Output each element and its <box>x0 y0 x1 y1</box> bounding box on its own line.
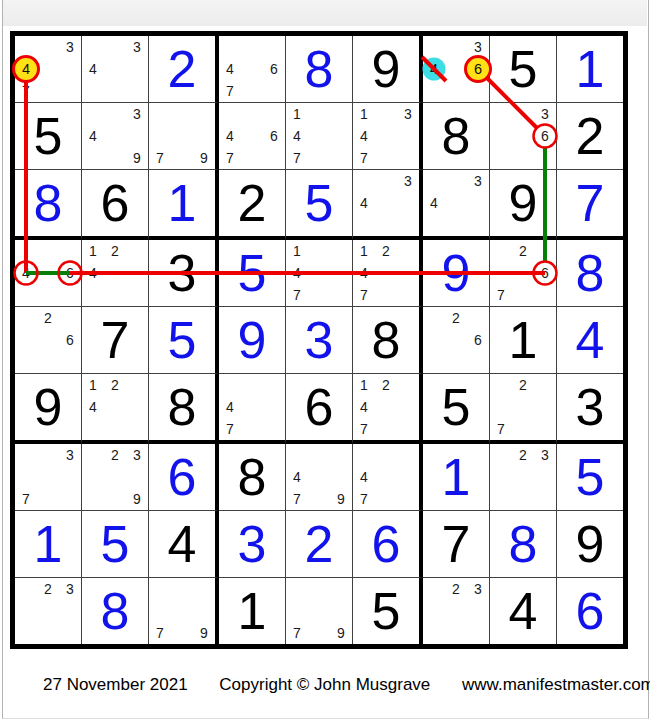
cell-r7c9: 5 <box>557 444 623 511</box>
cell-r2c7: 8 <box>423 103 490 170</box>
candidate-mark: 2 <box>375 374 397 396</box>
candidate-mark: 3 <box>397 103 419 125</box>
candidate-mark: 2 <box>37 307 59 329</box>
candidate-mark: 3 <box>534 444 556 466</box>
sudoku-grid: 3473424678934651534979467147134783628612… <box>15 36 623 644</box>
given-digit: 6 <box>286 374 352 440</box>
candidate-marks: 1247 <box>353 240 419 306</box>
cell-r1c8: 5 <box>490 36 557 103</box>
cell-r4c7: 9 <box>423 240 490 307</box>
candidate-marks: 124 <box>82 374 148 440</box>
candidate-mark: 3 <box>59 578 81 600</box>
candidate-mark: 2 <box>445 307 467 329</box>
candidate-mark: 7 <box>219 80 241 102</box>
cell-r6c6: 1247 <box>353 374 423 444</box>
given-digit: 7 <box>82 307 148 373</box>
candidate-mark: 2 <box>104 374 126 396</box>
cell-r7c4: 8 <box>219 444 286 511</box>
cell-r8c4: 3 <box>219 511 286 578</box>
candidate-mark: 7 <box>353 488 375 510</box>
cell-r9c6: 5 <box>353 578 423 644</box>
solved-digit: 8 <box>490 511 556 577</box>
candidate-mark: 7 <box>353 284 375 306</box>
candidate-mark: 3 <box>467 578 489 600</box>
candidate-mark: 7 <box>286 622 308 644</box>
given-digit: 9 <box>557 511 623 577</box>
candidate-mark: 7 <box>286 488 308 510</box>
cell-r3c2: 6 <box>82 170 149 240</box>
candidate-marks: 124 <box>82 240 148 306</box>
candidate-mark: 7 <box>490 284 512 306</box>
candidate-mark: 2 <box>104 444 126 466</box>
candidate-marks: 47 <box>353 444 419 510</box>
candidate-mark: 4 <box>219 125 241 147</box>
given-digit: 5 <box>15 103 81 169</box>
solved-digit: 3 <box>286 307 352 373</box>
given-digit: 2 <box>557 103 623 169</box>
cell-r6c9: 3 <box>557 374 623 444</box>
cell-r8c7: 7 <box>423 511 490 578</box>
candidate-mark: 4 <box>82 58 104 80</box>
given-digit: 6 <box>82 170 148 236</box>
candidate-mark: 6 <box>534 125 556 147</box>
solved-digit: 6 <box>353 511 419 577</box>
given-digit: 4 <box>149 511 215 577</box>
candidate-mark: 1 <box>353 103 375 125</box>
candidate-mark: 4 <box>286 262 308 284</box>
candidate-mark: 9 <box>330 488 352 510</box>
given-digit: 2 <box>219 170 285 236</box>
candidate-mark: 7 <box>149 622 171 644</box>
candidate-mark: 4 <box>82 125 104 147</box>
cell-r3c4: 2 <box>219 170 286 240</box>
candidate-mark: 7 <box>149 147 171 169</box>
cell-r6c1: 9 <box>15 374 82 444</box>
candidate-marks: 34 <box>353 170 419 236</box>
candidate-mark: 3 <box>397 170 419 192</box>
cell-r1c2: 34 <box>82 36 149 103</box>
candidate-marks: 239 <box>82 444 148 510</box>
candidate-mark: 1 <box>82 240 104 262</box>
cell-r5c8: 1 <box>490 307 557 374</box>
given-digit: 8 <box>219 444 285 510</box>
cell-r8c1: 1 <box>15 511 82 578</box>
candidate-mark: 4 <box>15 58 37 80</box>
candidate-marks: 23 <box>490 444 556 510</box>
cell-r3c1: 8 <box>15 170 82 240</box>
candidate-mark: 1 <box>82 374 104 396</box>
candidate-mark: 2 <box>375 240 397 262</box>
given-digit: 8 <box>423 103 489 169</box>
given-digit: 5 <box>423 374 489 440</box>
solved-digit: 4 <box>557 307 623 373</box>
candidate-marks: 26 <box>423 307 489 373</box>
cell-r8c9: 9 <box>557 511 623 578</box>
candidate-marks: 467 <box>219 36 285 102</box>
cell-r5c6: 8 <box>353 307 423 374</box>
candidate-mark: 4 <box>286 125 308 147</box>
candidate-marks: 47 <box>219 374 285 440</box>
cell-r7c8: 23 <box>490 444 557 511</box>
given-digit: 5 <box>353 578 419 644</box>
candidate-mark: 7 <box>219 418 241 440</box>
candidate-mark: 4 <box>219 396 241 418</box>
cell-r9c8: 4 <box>490 578 557 644</box>
candidate-mark: 4 <box>82 396 104 418</box>
cell-r5c3: 5 <box>149 307 219 374</box>
candidate-mark: 7 <box>490 418 512 440</box>
solved-digit: 8 <box>286 36 352 102</box>
candidate-mark: 3 <box>59 444 81 466</box>
cell-r6c7: 5 <box>423 374 490 444</box>
solved-digit: 2 <box>149 36 215 102</box>
candidate-mark: 4 <box>353 125 375 147</box>
footer: 27 November 2021 Copyright © John Musgra… <box>43 675 650 695</box>
candidate-mark: 9 <box>193 622 215 644</box>
cell-r1c6: 9 <box>353 36 423 103</box>
candidate-marks: 267 <box>490 240 556 306</box>
cell-r3c6: 34 <box>353 170 423 240</box>
solved-digit: 2 <box>286 511 352 577</box>
cell-r3c8: 9 <box>490 170 557 240</box>
candidate-mark: 3 <box>467 170 489 192</box>
given-digit: 3 <box>557 374 623 440</box>
cell-r2c5: 147 <box>286 103 353 170</box>
cell-r4c5: 147 <box>286 240 353 307</box>
cell-r7c7: 1 <box>423 444 490 511</box>
candidate-mark: 9 <box>126 488 148 510</box>
cell-r4c2: 124 <box>82 240 149 307</box>
given-digit: 7 <box>423 511 489 577</box>
cell-r6c5: 6 <box>286 374 353 444</box>
solved-digit: 8 <box>15 170 81 236</box>
candidate-marks: 34 <box>423 170 489 236</box>
solved-digit: 1 <box>149 170 215 236</box>
candidate-mark: 6 <box>467 58 489 80</box>
candidate-mark: 4 <box>353 396 375 418</box>
candidate-marks: 1247 <box>353 374 419 440</box>
candidate-mark: 7 <box>219 147 241 169</box>
candidate-marks: 1347 <box>353 103 419 169</box>
cell-r7c5: 479 <box>286 444 353 511</box>
cell-r4c3: 3 <box>149 240 219 307</box>
candidate-marks: 346 <box>423 36 489 102</box>
candidate-mark: 2 <box>445 578 467 600</box>
candidate-mark: 3 <box>126 103 148 125</box>
candidate-mark: 6 <box>534 262 556 284</box>
cell-r5c7: 26 <box>423 307 490 374</box>
candidate-mark: 2 <box>104 240 126 262</box>
solved-digit: 9 <box>219 307 285 373</box>
candidate-marks: 347 <box>15 36 81 102</box>
candidate-mark: 7 <box>353 147 375 169</box>
candidate-mark: 2 <box>512 240 534 262</box>
footer-website: www.manifestmaster.com <box>462 675 650 694</box>
cell-r1c5: 8 <box>286 36 353 103</box>
cell-r8c6: 6 <box>353 511 423 578</box>
cell-r2c6: 1347 <box>353 103 423 170</box>
cell-r5c5: 3 <box>286 307 353 374</box>
candidate-mark: 3 <box>467 36 489 58</box>
solved-digit: 5 <box>286 170 352 236</box>
candidate-marks: 27 <box>490 374 556 440</box>
cell-r4c9: 8 <box>557 240 623 307</box>
candidate-mark: 4 <box>219 58 241 80</box>
cell-r5c2: 7 <box>82 307 149 374</box>
candidate-marks: 34 <box>82 36 148 102</box>
candidate-mark: 2 <box>512 374 534 396</box>
given-digit: 9 <box>490 170 556 236</box>
cell-r9c3: 79 <box>149 578 219 644</box>
solved-digit: 1 <box>557 36 623 102</box>
candidate-marks: 36 <box>490 103 556 169</box>
candidate-mark: 7 <box>286 147 308 169</box>
cell-r8c8: 8 <box>490 511 557 578</box>
candidate-mark: 7 <box>15 80 37 102</box>
solved-digit: 5 <box>557 444 623 510</box>
candidate-marks: 79 <box>286 578 352 644</box>
given-digit: 9 <box>15 374 81 440</box>
cell-r2c3: 79 <box>149 103 219 170</box>
cell-r2c2: 349 <box>82 103 149 170</box>
solved-digit: 3 <box>219 511 285 577</box>
candidate-marks: 23 <box>15 578 81 644</box>
given-digit: 8 <box>353 307 419 373</box>
candidate-marks: 46 <box>15 240 81 306</box>
candidate-mark: 1 <box>286 240 308 262</box>
candidate-mark: 6 <box>59 329 81 351</box>
cell-r9c4: 1 <box>219 578 286 644</box>
cell-r1c4: 467 <box>219 36 286 103</box>
candidate-mark: 2 <box>512 444 534 466</box>
given-digit: 5 <box>490 36 556 102</box>
candidate-marks: 479 <box>286 444 352 510</box>
cell-r3c3: 1 <box>149 170 219 240</box>
cell-r1c9: 1 <box>557 36 623 103</box>
given-digit: 4 <box>490 578 556 644</box>
candidate-mark: 4 <box>82 262 104 284</box>
candidate-mark: 2 <box>37 578 59 600</box>
cell-r2c9: 2 <box>557 103 623 170</box>
solved-digit: 5 <box>219 240 285 306</box>
cell-r3c5: 5 <box>286 170 353 240</box>
candidate-mark: 4 <box>423 192 445 214</box>
candidate-marks: 37 <box>15 444 81 510</box>
candidate-marks: 467 <box>219 103 285 169</box>
solved-digit: 8 <box>557 240 623 306</box>
cell-r4c4: 5 <box>219 240 286 307</box>
candidate-mark: 3 <box>534 103 556 125</box>
cell-r5c4: 9 <box>219 307 286 374</box>
given-digit: 3 <box>149 240 215 306</box>
candidate-mark: 1 <box>353 240 375 262</box>
cell-r4c8: 267 <box>490 240 557 307</box>
cell-r9c5: 79 <box>286 578 353 644</box>
cell-r4c1: 46 <box>15 240 82 307</box>
cell-r8c5: 2 <box>286 511 353 578</box>
cell-r9c9: 6 <box>557 578 623 644</box>
solved-digit: 5 <box>149 307 215 373</box>
candidate-mark: 4 <box>353 262 375 284</box>
cell-r4c6: 1247 <box>353 240 423 307</box>
cell-r8c2: 5 <box>82 511 149 578</box>
cell-r7c3: 6 <box>149 444 219 511</box>
given-digit: 9 <box>353 36 419 102</box>
cell-r1c7: 346 <box>423 36 490 103</box>
candidate-marks: 23 <box>423 578 489 644</box>
cell-r1c1: 347 <box>15 36 82 103</box>
candidate-mark: 6 <box>467 329 489 351</box>
cell-r9c2: 8 <box>82 578 149 644</box>
cell-r5c1: 26 <box>15 307 82 374</box>
solved-digit: 1 <box>15 511 81 577</box>
candidate-mark: 4 <box>353 192 375 214</box>
candidate-mark: 4 <box>15 262 37 284</box>
cell-r6c4: 47 <box>219 374 286 444</box>
given-digit: 1 <box>219 578 285 644</box>
page-top-band <box>3 0 647 26</box>
cell-r9c1: 23 <box>15 578 82 644</box>
candidate-mark: 7 <box>15 488 37 510</box>
candidate-mark: 6 <box>263 58 285 80</box>
cell-r8c3: 4 <box>149 511 219 578</box>
footer-date: 27 November 2021 <box>43 675 188 694</box>
solved-digit: 1 <box>423 444 489 510</box>
given-digit: 1 <box>490 307 556 373</box>
candidate-mark: 1 <box>286 103 308 125</box>
candidate-mark: 7 <box>286 284 308 306</box>
footer-copyright: Copyright © John Musgrave <box>219 675 430 694</box>
solved-digit: 9 <box>423 240 489 306</box>
solved-digit: 5 <box>82 511 148 577</box>
cell-r3c7: 34 <box>423 170 490 240</box>
solved-digit: 8 <box>82 578 148 644</box>
given-digit: 8 <box>149 374 215 440</box>
candidate-marks: 79 <box>149 578 215 644</box>
candidate-mark: 7 <box>353 418 375 440</box>
candidate-mark: 9 <box>126 147 148 169</box>
cell-r6c8: 27 <box>490 374 557 444</box>
candidate-mark: 4 <box>286 466 308 488</box>
cell-r7c6: 47 <box>353 444 423 511</box>
candidate-marks: 349 <box>82 103 148 169</box>
cell-r2c1: 5 <box>15 103 82 170</box>
cell-r6c3: 8 <box>149 374 219 444</box>
cell-r3c9: 7 <box>557 170 623 240</box>
candidate-mark: 3 <box>126 36 148 58</box>
candidate-mark: 4 <box>353 466 375 488</box>
cell-r6c2: 124 <box>82 374 149 444</box>
candidate-mark: 9 <box>330 622 352 644</box>
candidate-mark: 3 <box>59 36 81 58</box>
cell-r5c9: 4 <box>557 307 623 374</box>
solved-digit: 6 <box>149 444 215 510</box>
cell-r7c1: 37 <box>15 444 82 511</box>
candidate-mark: 6 <box>59 262 81 284</box>
candidate-mark: 4 <box>423 58 445 80</box>
candidate-marks: 147 <box>286 240 352 306</box>
candidate-marks: 147 <box>286 103 352 169</box>
cell-r9c7: 23 <box>423 578 490 644</box>
solved-digit: 6 <box>557 578 623 644</box>
cell-r1c3: 2 <box>149 36 219 103</box>
candidate-mark: 3 <box>126 444 148 466</box>
cell-r2c8: 36 <box>490 103 557 170</box>
solved-digit: 7 <box>557 170 623 236</box>
candidate-marks: 26 <box>15 307 81 373</box>
candidate-mark: 1 <box>353 374 375 396</box>
candidate-marks: 79 <box>149 103 215 169</box>
sudoku-board: 3473424678934651534979467147134783628612… <box>10 31 628 649</box>
candidate-mark: 9 <box>193 147 215 169</box>
candidate-mark: 6 <box>263 125 285 147</box>
cell-r2c4: 467 <box>219 103 286 170</box>
cell-r7c2: 239 <box>82 444 149 511</box>
